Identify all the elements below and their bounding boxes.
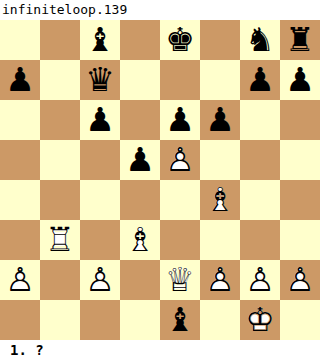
piece-outline: ♙: [200, 260, 240, 300]
square-d6[interactable]: [120, 100, 160, 140]
square-b3[interactable]: ♜♖: [40, 220, 80, 260]
square-d4[interactable]: [120, 180, 160, 220]
square-d5[interactable]: ♟: [120, 140, 160, 180]
screenshot-root: infiniteloop.139 ♝♚♞♜♟♛♟♟♟♟♟♟♟♙♝♗♜♖♝♗♟♙♟…: [0, 0, 320, 360]
white-pawn-piece[interactable]: ♟♙: [280, 260, 320, 300]
white-rook-piece[interactable]: ♜♖: [40, 220, 80, 260]
black-knight-piece[interactable]: ♞: [240, 20, 280, 60]
black-bishop-piece[interactable]: ♝: [160, 300, 200, 340]
square-a4[interactable]: [0, 180, 40, 220]
square-c5[interactable]: [80, 140, 120, 180]
white-pawn-piece[interactable]: ♟♙: [240, 260, 280, 300]
square-h8[interactable]: ♜: [280, 20, 320, 60]
square-e4[interactable]: [160, 180, 200, 220]
square-d3[interactable]: ♝♗: [120, 220, 160, 260]
square-c6[interactable]: ♟: [80, 100, 120, 140]
square-d2[interactable]: [120, 260, 160, 300]
chess-board: ♝♚♞♜♟♛♟♟♟♟♟♟♟♙♝♗♜♖♝♗♟♙♟♙♛♕♟♙♟♙♟♙♝♚♔: [0, 20, 320, 340]
black-bishop-piece[interactable]: ♝: [80, 20, 120, 60]
square-c7[interactable]: ♛: [80, 60, 120, 100]
square-f6[interactable]: ♟: [200, 100, 240, 140]
square-h1[interactable]: [280, 300, 320, 340]
square-f3[interactable]: [200, 220, 240, 260]
square-a7[interactable]: ♟: [0, 60, 40, 100]
white-pawn-piece[interactable]: ♟♙: [200, 260, 240, 300]
square-h3[interactable]: [280, 220, 320, 260]
square-h6[interactable]: [280, 100, 320, 140]
square-e6[interactable]: ♟: [160, 100, 200, 140]
square-f1[interactable]: [200, 300, 240, 340]
square-f5[interactable]: [200, 140, 240, 180]
square-b6[interactable]: [40, 100, 80, 140]
black-pawn-piece[interactable]: ♟: [240, 60, 280, 100]
black-king-piece[interactable]: ♚: [160, 20, 200, 60]
square-g1[interactable]: ♚♔: [240, 300, 280, 340]
square-f7[interactable]: [200, 60, 240, 100]
page-title: infiniteloop.139: [0, 0, 320, 20]
square-b4[interactable]: [40, 180, 80, 220]
piece-outline: ♙: [240, 260, 280, 300]
square-b2[interactable]: [40, 260, 80, 300]
square-c4[interactable]: [80, 180, 120, 220]
black-pawn-piece[interactable]: ♟: [160, 100, 200, 140]
black-pawn-piece[interactable]: ♟: [80, 100, 120, 140]
square-b5[interactable]: [40, 140, 80, 180]
move-prompt: 1. ?: [0, 340, 320, 360]
piece-outline: ♗: [200, 180, 240, 220]
white-pawn-piece[interactable]: ♟♙: [80, 260, 120, 300]
white-king-piece[interactable]: ♚♔: [240, 300, 280, 340]
white-pawn-piece[interactable]: ♟♙: [160, 140, 200, 180]
square-h2[interactable]: ♟♙: [280, 260, 320, 300]
square-f2[interactable]: ♟♙: [200, 260, 240, 300]
black-pawn-piece[interactable]: ♟: [280, 60, 320, 100]
square-f4[interactable]: ♝♗: [200, 180, 240, 220]
square-g2[interactable]: ♟♙: [240, 260, 280, 300]
square-a2[interactable]: ♟♙: [0, 260, 40, 300]
piece-outline: ♕: [160, 260, 200, 300]
square-h4[interactable]: [280, 180, 320, 220]
square-b8[interactable]: [40, 20, 80, 60]
square-c3[interactable]: [80, 220, 120, 260]
square-g5[interactable]: [240, 140, 280, 180]
square-g7[interactable]: ♟: [240, 60, 280, 100]
piece-outline: ♖: [40, 220, 80, 260]
square-e7[interactable]: [160, 60, 200, 100]
piece-outline: ♔: [240, 300, 280, 340]
square-b7[interactable]: [40, 60, 80, 100]
white-bishop-piece[interactable]: ♝♗: [120, 220, 160, 260]
square-e1[interactable]: ♝: [160, 300, 200, 340]
square-a1[interactable]: [0, 300, 40, 340]
white-pawn-piece[interactable]: ♟♙: [0, 260, 40, 300]
black-queen-piece[interactable]: ♛: [80, 60, 120, 100]
square-d7[interactable]: [120, 60, 160, 100]
square-f8[interactable]: [200, 20, 240, 60]
square-a6[interactable]: [0, 100, 40, 140]
square-e8[interactable]: ♚: [160, 20, 200, 60]
square-a5[interactable]: [0, 140, 40, 180]
white-bishop-piece[interactable]: ♝♗: [200, 180, 240, 220]
square-c2[interactable]: ♟♙: [80, 260, 120, 300]
square-a3[interactable]: [0, 220, 40, 260]
square-e3[interactable]: [160, 220, 200, 260]
square-h5[interactable]: [280, 140, 320, 180]
square-c8[interactable]: ♝: [80, 20, 120, 60]
square-e2[interactable]: ♛♕: [160, 260, 200, 300]
square-d1[interactable]: [120, 300, 160, 340]
square-b1[interactable]: [40, 300, 80, 340]
square-a8[interactable]: [0, 20, 40, 60]
square-e5[interactable]: ♟♙: [160, 140, 200, 180]
square-h7[interactable]: ♟: [280, 60, 320, 100]
black-pawn-piece[interactable]: ♟: [0, 60, 40, 100]
square-d8[interactable]: [120, 20, 160, 60]
black-rook-piece[interactable]: ♜: [280, 20, 320, 60]
black-pawn-piece[interactable]: ♟: [200, 100, 240, 140]
square-g6[interactable]: [240, 100, 280, 140]
white-queen-piece[interactable]: ♛♕: [160, 260, 200, 300]
piece-outline: ♙: [80, 260, 120, 300]
square-g3[interactable]: [240, 220, 280, 260]
black-pawn-piece[interactable]: ♟: [120, 140, 160, 180]
square-c1[interactable]: [80, 300, 120, 340]
square-g8[interactable]: ♞: [240, 20, 280, 60]
square-g4[interactable]: [240, 180, 280, 220]
piece-outline: ♙: [0, 260, 40, 300]
piece-outline: ♗: [120, 220, 160, 260]
piece-outline: ♙: [280, 260, 320, 300]
piece-outline: ♙: [160, 140, 200, 180]
